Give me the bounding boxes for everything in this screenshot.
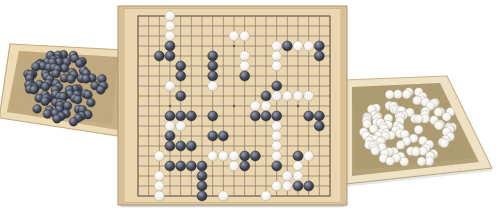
white-board-stone — [176, 121, 186, 131]
black-board-stone — [165, 131, 175, 141]
black-board-stone — [240, 71, 250, 81]
white-board-stone — [272, 131, 282, 141]
black-board-stone — [176, 111, 186, 121]
black-board-stone — [165, 51, 175, 61]
black-board-stone — [208, 111, 218, 121]
left-tray — [0, 44, 125, 137]
black-board-stone — [293, 151, 303, 161]
white-tray-stone — [413, 96, 422, 105]
black-board-stone — [293, 181, 303, 191]
white-board-stone — [240, 61, 250, 71]
white-board-stone — [293, 41, 303, 51]
black-board-stone — [272, 161, 282, 171]
black-board-stone — [218, 131, 228, 141]
white-board-stone — [250, 101, 260, 111]
white-tray-stone — [440, 139, 449, 148]
black-board-stone — [186, 111, 196, 121]
black-tray-stone — [53, 114, 62, 123]
white-tray-stone — [417, 157, 426, 166]
right-tray — [344, 76, 492, 187]
white-board-stone — [229, 161, 239, 171]
white-board-stone — [304, 151, 314, 161]
black-board-stone — [208, 51, 218, 61]
white-tray-stone — [371, 146, 380, 155]
white-board-stone — [272, 51, 282, 61]
black-board-stone — [176, 161, 186, 171]
black-board-stone — [197, 171, 207, 181]
black-board-stone — [240, 161, 250, 171]
black-tray-stone — [30, 85, 39, 94]
black-board-stone — [314, 121, 324, 131]
white-board-stone — [154, 191, 164, 201]
black-board-stone — [186, 141, 196, 151]
black-board-stone — [240, 151, 250, 161]
black-board-stone — [176, 61, 186, 71]
white-tray-stone — [393, 90, 402, 99]
black-tray-stone — [63, 101, 72, 110]
black-board-stone — [197, 191, 207, 201]
white-board-stone — [165, 31, 175, 41]
black-board-stone — [197, 161, 207, 171]
black-tray-stone — [33, 105, 42, 114]
white-tray-stone — [435, 121, 444, 130]
black-board-stone — [165, 41, 175, 51]
black-board-stone — [208, 71, 218, 81]
white-tray-stone — [400, 157, 409, 166]
white-board-stone — [282, 181, 292, 191]
white-board-stone — [272, 121, 282, 131]
black-board-stone — [165, 161, 175, 171]
white-board-stone — [165, 81, 175, 91]
white-board-stone — [240, 31, 250, 41]
black-board-stone — [272, 81, 282, 91]
white-board-stone — [304, 41, 314, 51]
black-board-stone — [261, 111, 271, 121]
white-board-stone — [282, 171, 292, 181]
white-board-stone — [165, 11, 175, 21]
white-board-stone — [165, 121, 175, 131]
black-board-stone — [250, 111, 260, 121]
white-tray-stone — [402, 90, 411, 99]
black-tray-stone — [69, 117, 78, 126]
white-tray-stone — [414, 125, 423, 134]
white-board-stone — [240, 51, 250, 61]
black-board-stone — [304, 181, 314, 191]
hoshi-point — [169, 105, 171, 107]
go-board — [118, 6, 347, 208]
white-board-stone — [165, 21, 175, 31]
black-board-stone — [165, 141, 175, 151]
white-board-stone — [272, 61, 282, 71]
white-board-stone — [154, 171, 164, 181]
white-tray-stone — [386, 157, 395, 166]
black-tray-stone — [96, 86, 105, 95]
white-tray-stone — [411, 147, 420, 156]
white-board-stone — [218, 191, 228, 201]
white-board-stone — [154, 151, 164, 161]
hoshi-point — [233, 45, 235, 47]
black-board-stone — [304, 111, 314, 121]
white-board-stone — [229, 151, 239, 161]
white-board-stone — [261, 191, 271, 201]
white-board-stone — [208, 81, 218, 91]
white-board-stone — [304, 91, 314, 101]
black-board-stone — [282, 41, 292, 51]
black-board-stone — [197, 181, 207, 191]
white-board-stone — [272, 181, 282, 191]
hoshi-point — [233, 105, 235, 107]
black-board-stone — [165, 111, 175, 121]
black-board-stone — [261, 91, 271, 101]
white-board-stone — [293, 161, 303, 171]
white-tray-stone — [396, 141, 405, 150]
black-tray-stone — [87, 98, 96, 107]
white-tray-stone — [385, 90, 394, 99]
black-board-stone — [208, 131, 218, 141]
white-board-stone — [293, 171, 303, 181]
white-board-stone — [261, 101, 271, 111]
white-tray-stone — [414, 114, 423, 123]
hoshi-point — [297, 105, 299, 107]
black-board-stone — [176, 141, 186, 151]
black-board-stone — [314, 51, 324, 61]
black-board-stone — [272, 111, 282, 121]
black-board-stone — [154, 51, 164, 61]
black-tray-stone — [84, 90, 93, 99]
white-board-stone — [272, 91, 282, 101]
white-tray-stone — [434, 108, 443, 117]
black-board-stone — [314, 41, 324, 51]
black-board-stone — [176, 71, 186, 81]
go-set-photo — [0, 0, 500, 217]
black-board-stone — [250, 151, 260, 161]
black-tray-stone — [41, 97, 50, 106]
black-board-stone — [176, 91, 186, 101]
white-board-stone — [272, 151, 282, 161]
go-set-drawing — [0, 0, 500, 217]
white-board-stone — [218, 151, 228, 161]
black-board-stone — [314, 111, 324, 121]
white-board-stone — [282, 91, 292, 101]
black-tray-stone — [67, 75, 76, 84]
white-board-stone — [272, 141, 282, 151]
white-board-stone — [272, 41, 282, 51]
black-tray-stone — [73, 95, 82, 104]
black-board-stone — [186, 161, 196, 171]
white-tray-stone — [442, 112, 451, 121]
black-tray-stone — [41, 82, 50, 91]
white-board-stone — [229, 31, 239, 41]
black-tray-stone — [82, 75, 91, 84]
white-board-stone — [154, 181, 164, 191]
black-board-stone — [208, 61, 218, 71]
white-board-stone — [293, 91, 303, 101]
black-tray-stone — [43, 110, 52, 119]
white-board-stone — [208, 151, 218, 161]
